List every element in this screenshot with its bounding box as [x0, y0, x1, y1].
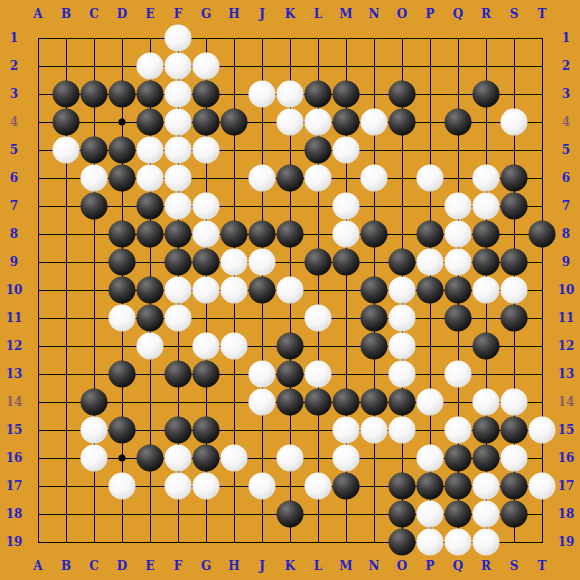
row-label: 14 — [558, 395, 575, 409]
hoshi-point — [119, 455, 126, 462]
black-stone: ● — [277, 333, 304, 360]
white-stone: ○ — [221, 249, 248, 276]
row-label: 6 — [562, 171, 570, 185]
black-stone: ● — [417, 277, 444, 304]
black-stone: ● — [109, 221, 136, 248]
black-stone: ● — [109, 165, 136, 192]
black-stone: ● — [277, 389, 304, 416]
white-stone: ○ — [165, 137, 192, 164]
black-stone: ● — [445, 473, 472, 500]
row-label: 9 — [562, 255, 570, 269]
black-stone: ● — [221, 109, 248, 136]
black-stone: ● — [501, 501, 528, 528]
white-stone: ○ — [305, 109, 332, 136]
row-label: 15 — [6, 423, 23, 437]
white-stone: ○ — [417, 529, 444, 556]
white-stone: ○ — [221, 333, 248, 360]
black-stone: ● — [361, 221, 388, 248]
white-stone: ○ — [137, 137, 164, 164]
row-label: 5 — [562, 143, 570, 157]
column-label: S — [510, 7, 519, 21]
white-stone: ○ — [333, 417, 360, 444]
white-stone: ○ — [277, 109, 304, 136]
column-label: J — [259, 7, 265, 21]
row-label: 11 — [6, 311, 23, 325]
white-stone: ○ — [305, 361, 332, 388]
white-stone: ○ — [361, 417, 388, 444]
black-stone: ● — [137, 277, 164, 304]
white-stone: ○ — [445, 361, 472, 388]
row-label: 19 — [6, 535, 23, 549]
white-stone: ○ — [445, 249, 472, 276]
white-stone: ○ — [165, 305, 192, 332]
black-stone: ● — [473, 81, 500, 108]
row-label: 12 — [558, 339, 575, 353]
white-stone: ○ — [473, 277, 500, 304]
black-stone: ● — [249, 221, 276, 248]
white-stone: ○ — [445, 193, 472, 220]
row-label: 7 — [10, 199, 18, 213]
column-label: N — [369, 559, 380, 573]
black-stone: ● — [305, 81, 332, 108]
column-label: K — [285, 7, 295, 21]
white-stone: ○ — [361, 109, 388, 136]
black-stone: ● — [389, 389, 416, 416]
black-stone: ● — [193, 417, 220, 444]
black-stone: ● — [137, 445, 164, 472]
white-stone: ○ — [445, 221, 472, 248]
black-stone: ● — [361, 333, 388, 360]
white-stone: ○ — [193, 53, 220, 80]
row-label: 1 — [10, 31, 18, 45]
white-stone: ○ — [445, 529, 472, 556]
column-label: F — [174, 7, 183, 21]
row-label: 17 — [558, 479, 575, 493]
go-board[interactable]: AABBCCDDEEFFGGHHJJKKLLMMNNOOPPQQRRSSTT11… — [0, 0, 580, 580]
white-stone: ○ — [305, 305, 332, 332]
white-stone: ○ — [193, 333, 220, 360]
column-label: G — [201, 559, 211, 573]
white-stone: ○ — [221, 445, 248, 472]
black-stone: ● — [473, 333, 500, 360]
row-label: 18 — [6, 507, 23, 521]
black-stone: ● — [501, 165, 528, 192]
white-stone: ○ — [193, 473, 220, 500]
black-stone: ● — [389, 109, 416, 136]
column-label: Q — [453, 7, 463, 21]
row-label: 14 — [6, 395, 23, 409]
black-stone: ● — [53, 109, 80, 136]
white-stone: ○ — [165, 277, 192, 304]
row-label: 13 — [6, 367, 23, 381]
white-stone: ○ — [445, 417, 472, 444]
black-stone: ● — [109, 277, 136, 304]
column-label: H — [228, 559, 239, 573]
column-label: H — [228, 7, 239, 21]
white-stone: ○ — [473, 501, 500, 528]
white-stone: ○ — [277, 81, 304, 108]
white-stone: ○ — [501, 277, 528, 304]
black-stone: ● — [277, 361, 304, 388]
row-label: 2 — [10, 59, 18, 73]
white-stone: ○ — [333, 221, 360, 248]
column-label: R — [481, 559, 491, 573]
black-stone: ● — [389, 529, 416, 556]
row-label: 17 — [6, 479, 23, 493]
white-stone: ○ — [277, 445, 304, 472]
white-stone: ○ — [333, 445, 360, 472]
black-stone: ● — [445, 277, 472, 304]
column-label: Q — [453, 559, 463, 573]
column-label: P — [425, 7, 434, 21]
white-stone: ○ — [305, 473, 332, 500]
row-label: 16 — [558, 451, 575, 465]
white-stone: ○ — [417, 445, 444, 472]
black-stone: ● — [333, 389, 360, 416]
white-stone: ○ — [389, 333, 416, 360]
white-stone: ○ — [193, 221, 220, 248]
row-label: 4 — [10, 115, 18, 129]
white-stone: ○ — [249, 165, 276, 192]
white-stone: ○ — [389, 417, 416, 444]
row-label: 11 — [558, 311, 575, 325]
column-label: G — [201, 7, 211, 21]
white-stone: ○ — [165, 81, 192, 108]
row-label: 3 — [10, 87, 18, 101]
black-stone: ● — [333, 109, 360, 136]
black-stone: ● — [389, 473, 416, 500]
black-stone: ● — [109, 417, 136, 444]
white-stone: ○ — [501, 109, 528, 136]
black-stone: ● — [501, 473, 528, 500]
white-stone: ○ — [165, 193, 192, 220]
black-stone: ● — [305, 389, 332, 416]
column-label: D — [117, 7, 127, 21]
black-stone: ● — [137, 193, 164, 220]
white-stone: ○ — [473, 529, 500, 556]
column-label: M — [339, 559, 352, 573]
black-stone: ● — [109, 81, 136, 108]
white-stone: ○ — [417, 249, 444, 276]
white-stone: ○ — [249, 249, 276, 276]
row-label: 5 — [10, 143, 18, 157]
black-stone: ● — [473, 221, 500, 248]
row-label: 7 — [562, 199, 570, 213]
row-label: 15 — [558, 423, 575, 437]
column-label: S — [510, 559, 519, 573]
black-stone: ● — [417, 221, 444, 248]
column-label: T — [538, 559, 547, 573]
white-stone: ○ — [81, 165, 108, 192]
column-label: N — [369, 7, 380, 21]
white-stone: ○ — [389, 277, 416, 304]
black-stone: ● — [193, 81, 220, 108]
white-stone: ○ — [529, 417, 556, 444]
white-stone: ○ — [109, 473, 136, 500]
column-label: D — [117, 559, 127, 573]
black-stone: ● — [137, 221, 164, 248]
black-stone: ● — [109, 361, 136, 388]
black-stone: ● — [501, 249, 528, 276]
white-stone: ○ — [165, 53, 192, 80]
row-label: 3 — [562, 87, 570, 101]
black-stone: ● — [193, 109, 220, 136]
white-stone: ○ — [417, 389, 444, 416]
white-stone: ○ — [333, 193, 360, 220]
black-stone: ● — [445, 305, 472, 332]
black-stone: ● — [333, 81, 360, 108]
black-stone: ● — [165, 221, 192, 248]
white-stone: ○ — [109, 305, 136, 332]
white-stone: ○ — [249, 473, 276, 500]
black-stone: ● — [333, 473, 360, 500]
black-stone: ● — [333, 249, 360, 276]
row-label: 16 — [6, 451, 23, 465]
white-stone: ○ — [473, 473, 500, 500]
black-stone: ● — [277, 221, 304, 248]
black-stone: ● — [445, 501, 472, 528]
black-stone: ● — [361, 389, 388, 416]
column-label: B — [61, 7, 71, 21]
black-stone: ● — [501, 305, 528, 332]
black-stone: ● — [249, 277, 276, 304]
black-stone: ● — [81, 193, 108, 220]
black-stone: ● — [277, 165, 304, 192]
white-stone: ○ — [137, 333, 164, 360]
column-label: C — [89, 559, 99, 573]
row-label: 8 — [10, 227, 18, 241]
white-stone: ○ — [249, 361, 276, 388]
white-stone: ○ — [529, 473, 556, 500]
row-label: 4 — [562, 115, 570, 129]
white-stone: ○ — [249, 81, 276, 108]
black-stone: ● — [137, 109, 164, 136]
black-stone: ● — [81, 137, 108, 164]
black-stone: ● — [389, 501, 416, 528]
black-stone: ● — [305, 249, 332, 276]
white-stone: ○ — [81, 417, 108, 444]
black-stone: ● — [389, 81, 416, 108]
column-label: T — [538, 7, 547, 21]
row-label: 8 — [562, 227, 570, 241]
black-stone: ● — [473, 249, 500, 276]
white-stone: ○ — [473, 389, 500, 416]
column-label: M — [339, 7, 352, 21]
column-label: A — [33, 7, 42, 21]
white-stone: ○ — [81, 445, 108, 472]
white-stone: ○ — [137, 165, 164, 192]
white-stone: ○ — [165, 473, 192, 500]
black-stone: ● — [81, 389, 108, 416]
black-stone: ● — [473, 445, 500, 472]
white-stone: ○ — [165, 445, 192, 472]
column-label: F — [174, 559, 183, 573]
row-label: 13 — [558, 367, 575, 381]
white-stone: ○ — [473, 193, 500, 220]
black-stone: ● — [529, 221, 556, 248]
row-label: 18 — [558, 507, 575, 521]
column-label: E — [145, 7, 154, 21]
row-label: 12 — [6, 339, 23, 353]
column-label: R — [481, 7, 491, 21]
white-stone: ○ — [137, 53, 164, 80]
white-stone: ○ — [165, 165, 192, 192]
white-stone: ○ — [165, 25, 192, 52]
white-stone: ○ — [53, 137, 80, 164]
column-label: O — [397, 559, 407, 573]
column-label: J — [259, 559, 265, 573]
column-label: K — [285, 559, 295, 573]
white-stone: ○ — [193, 277, 220, 304]
hoshi-point — [119, 119, 126, 126]
column-label: B — [61, 559, 71, 573]
white-stone: ○ — [249, 389, 276, 416]
row-label: 6 — [10, 171, 18, 185]
black-stone: ● — [193, 249, 220, 276]
white-stone: ○ — [473, 165, 500, 192]
black-stone: ● — [109, 137, 136, 164]
row-label: 1 — [562, 31, 570, 45]
black-stone: ● — [473, 417, 500, 444]
black-stone: ● — [165, 417, 192, 444]
white-stone: ○ — [221, 277, 248, 304]
black-stone: ● — [417, 473, 444, 500]
black-stone: ● — [361, 305, 388, 332]
row-label: 19 — [558, 535, 575, 549]
black-stone: ● — [165, 249, 192, 276]
row-label: 10 — [558, 283, 575, 297]
black-stone: ● — [445, 445, 472, 472]
white-stone: ○ — [193, 193, 220, 220]
white-stone: ○ — [417, 501, 444, 528]
black-stone: ● — [165, 361, 192, 388]
row-label: 10 — [6, 283, 23, 297]
column-label: O — [397, 7, 407, 21]
black-stone: ● — [109, 249, 136, 276]
black-stone: ● — [445, 109, 472, 136]
column-label: E — [145, 559, 154, 573]
black-stone: ● — [501, 417, 528, 444]
white-stone: ○ — [501, 445, 528, 472]
black-stone: ● — [277, 501, 304, 528]
white-stone: ○ — [501, 389, 528, 416]
white-stone: ○ — [417, 165, 444, 192]
black-stone: ● — [305, 137, 332, 164]
black-stone: ● — [53, 81, 80, 108]
white-stone: ○ — [165, 109, 192, 136]
white-stone: ○ — [389, 361, 416, 388]
white-stone: ○ — [333, 137, 360, 164]
black-stone: ● — [193, 445, 220, 472]
black-stone: ● — [501, 193, 528, 220]
black-stone: ● — [137, 305, 164, 332]
white-stone: ○ — [193, 137, 220, 164]
white-stone: ○ — [361, 165, 388, 192]
column-label: P — [425, 559, 434, 573]
column-label: L — [314, 559, 322, 573]
black-stone: ● — [81, 81, 108, 108]
black-stone: ● — [389, 249, 416, 276]
black-stone: ● — [221, 221, 248, 248]
white-stone: ○ — [277, 277, 304, 304]
row-label: 9 — [10, 255, 18, 269]
white-stone: ○ — [305, 165, 332, 192]
white-stone: ○ — [389, 305, 416, 332]
black-stone: ● — [193, 361, 220, 388]
black-stone: ● — [137, 81, 164, 108]
column-label: C — [89, 7, 99, 21]
column-label: L — [314, 7, 322, 21]
row-label: 2 — [562, 59, 570, 73]
column-label: A — [33, 559, 42, 573]
black-stone: ● — [361, 277, 388, 304]
